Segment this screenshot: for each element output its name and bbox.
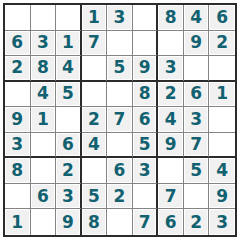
sudoku-cell-r3c2[interactable]: 8 xyxy=(31,56,57,82)
sudoku-cell-r8c6[interactable] xyxy=(133,184,159,210)
sudoku-cell-r6c8[interactable]: 7 xyxy=(184,133,210,159)
sudoku-cell-r4c1[interactable] xyxy=(5,82,31,108)
sudoku-cell-r2c4[interactable]: 7 xyxy=(82,31,108,57)
sudoku-cell-r7c4[interactable] xyxy=(82,158,108,184)
sudoku-cell-r6c5[interactable] xyxy=(107,133,133,159)
sudoku-cell-r7c2[interactable] xyxy=(31,158,57,184)
sudoku-cell-r1c5[interactable]: 3 xyxy=(107,5,133,31)
sudoku-cell-r3c3[interactable]: 4 xyxy=(56,56,82,82)
sudoku-cell-r8c1[interactable] xyxy=(5,184,31,210)
sudoku-cell-r7c6[interactable]: 3 xyxy=(133,158,159,184)
sudoku-cell-r4c8[interactable]: 6 xyxy=(184,82,210,108)
sudoku-cell-r5c3[interactable] xyxy=(56,107,82,133)
sudoku-cell-r9c9[interactable]: 3 xyxy=(209,209,235,235)
sudoku-cell-r3c4[interactable] xyxy=(82,56,108,82)
sudoku-cell-r2c8[interactable]: 9 xyxy=(184,31,210,57)
sudoku-cell-r9c4[interactable]: 8 xyxy=(82,209,108,235)
sudoku-cell-r4c2[interactable]: 4 xyxy=(31,82,57,108)
sudoku-cell-r1c1[interactable] xyxy=(5,5,31,31)
sudoku-cell-r3c6[interactable]: 9 xyxy=(133,56,159,82)
sudoku-cell-r5c8[interactable]: 3 xyxy=(184,107,210,133)
sudoku-cell-r8c5[interactable]: 2 xyxy=(107,184,133,210)
sudoku-cell-r1c2[interactable] xyxy=(31,5,57,31)
sudoku-cell-r5c2[interactable]: 1 xyxy=(31,107,57,133)
sudoku-cell-r7c1[interactable]: 8 xyxy=(5,158,31,184)
sudoku-cell-r9c6[interactable]: 7 xyxy=(133,209,159,235)
sudoku-cell-r8c8[interactable] xyxy=(184,184,210,210)
sudoku-cell-r3c1[interactable]: 2 xyxy=(5,56,31,82)
sudoku-cell-r6c2[interactable] xyxy=(31,133,57,159)
sudoku-cell-r6c3[interactable]: 6 xyxy=(56,133,82,159)
sudoku-cell-r6c6[interactable]: 5 xyxy=(133,133,159,159)
sudoku-cell-r1c8[interactable]: 4 xyxy=(184,5,210,31)
sudoku-cell-r4c5[interactable] xyxy=(107,82,133,108)
sudoku-cell-r8c4[interactable]: 5 xyxy=(82,184,108,210)
sudoku-cell-r5c4[interactable]: 2 xyxy=(82,107,108,133)
sudoku-cell-r4c3[interactable]: 5 xyxy=(56,82,82,108)
sudoku-cell-r9c5[interactable] xyxy=(107,209,133,235)
sudoku-board: 1384663179228459345826191276433645978263… xyxy=(3,3,237,237)
sudoku-cell-r8c7[interactable]: 7 xyxy=(158,184,184,210)
sudoku-cell-r9c2[interactable] xyxy=(31,209,57,235)
sudoku-cell-r7c7[interactable] xyxy=(158,158,184,184)
sudoku-cell-r2c5[interactable] xyxy=(107,31,133,57)
sudoku-cell-r4c7[interactable]: 2 xyxy=(158,82,184,108)
sudoku-cell-r5c5[interactable]: 7 xyxy=(107,107,133,133)
sudoku-cell-r1c6[interactable] xyxy=(133,5,159,31)
sudoku-cell-r5c9[interactable] xyxy=(209,107,235,133)
sudoku-cell-r9c3[interactable]: 9 xyxy=(56,209,82,235)
sudoku-cell-r7c5[interactable]: 6 xyxy=(107,158,133,184)
sudoku-cell-r3c5[interactable]: 5 xyxy=(107,56,133,82)
sudoku-cell-r6c4[interactable]: 4 xyxy=(82,133,108,159)
sudoku-cell-r2c2[interactable]: 3 xyxy=(31,31,57,57)
sudoku-cell-r1c4[interactable]: 1 xyxy=(82,5,108,31)
sudoku-cell-r2c6[interactable] xyxy=(133,31,159,57)
sudoku-cell-r6c9[interactable] xyxy=(209,133,235,159)
sudoku-cell-r3c9[interactable] xyxy=(209,56,235,82)
sudoku-cell-r1c9[interactable]: 6 xyxy=(209,5,235,31)
sudoku-cell-r4c6[interactable]: 8 xyxy=(133,82,159,108)
sudoku-cell-r5c7[interactable]: 4 xyxy=(158,107,184,133)
sudoku-cell-r2c3[interactable]: 1 xyxy=(56,31,82,57)
sudoku-cell-r6c1[interactable]: 3 xyxy=(5,133,31,159)
sudoku-cell-r8c9[interactable]: 9 xyxy=(209,184,235,210)
sudoku-cell-r2c7[interactable] xyxy=(158,31,184,57)
sudoku-cell-r1c7[interactable]: 8 xyxy=(158,5,184,31)
sudoku-cell-r8c3[interactable]: 3 xyxy=(56,184,82,210)
sudoku-cell-r9c1[interactable]: 1 xyxy=(5,209,31,235)
sudoku-cell-r9c7[interactable]: 6 xyxy=(158,209,184,235)
sudoku-cell-r8c2[interactable]: 6 xyxy=(31,184,57,210)
sudoku-cell-r4c9[interactable]: 1 xyxy=(209,82,235,108)
sudoku-cell-r3c8[interactable] xyxy=(184,56,210,82)
sudoku-cell-r5c6[interactable]: 6 xyxy=(133,107,159,133)
page-background: 1384663179228459345826191276433645978263… xyxy=(0,0,240,240)
sudoku-cell-r7c3[interactable]: 2 xyxy=(56,158,82,184)
sudoku-cell-r1c3[interactable] xyxy=(56,5,82,31)
sudoku-cell-r7c8[interactable]: 5 xyxy=(184,158,210,184)
sudoku-cell-r6c7[interactable]: 9 xyxy=(158,133,184,159)
sudoku-cell-r7c9[interactable]: 4 xyxy=(209,158,235,184)
sudoku-cell-r9c8[interactable]: 2 xyxy=(184,209,210,235)
sudoku-cell-r2c1[interactable]: 6 xyxy=(5,31,31,57)
sudoku-cell-r5c1[interactable]: 9 xyxy=(5,107,31,133)
sudoku-cell-r3c7[interactable]: 3 xyxy=(158,56,184,82)
sudoku-cell-r4c4[interactable] xyxy=(82,82,108,108)
sudoku-cell-r2c9[interactable]: 2 xyxy=(209,31,235,57)
